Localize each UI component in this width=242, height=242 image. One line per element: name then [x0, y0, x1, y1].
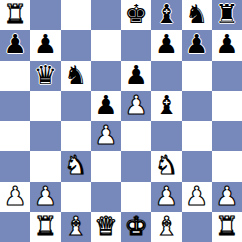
square-g8[interactable]: ♞ — [182, 0, 212, 30]
white-king-icon[interactable]: ♚ — [124, 213, 147, 239]
square-a8[interactable]: ♜ — [0, 0, 30, 30]
square-f2[interactable]: ♟ — [151, 182, 181, 212]
square-g7[interactable]: ♟ — [182, 30, 212, 60]
square-e3[interactable] — [121, 151, 151, 181]
white-knight-icon[interactable]: ♞ — [64, 152, 87, 178]
square-e7[interactable] — [121, 30, 151, 60]
square-e5[interactable]: ♟ — [121, 91, 151, 121]
square-g2[interactable]: ♟ — [182, 182, 212, 212]
square-a6[interactable] — [0, 61, 30, 91]
square-c6[interactable]: ♞ — [61, 61, 91, 91]
white-bishop-icon[interactable]: ♝ — [64, 213, 87, 239]
square-d1[interactable]: ♛ — [91, 212, 121, 242]
white-knight-icon[interactable]: ♞ — [155, 152, 178, 178]
square-b6[interactable]: ♛ — [30, 61, 60, 91]
white-pawn-icon[interactable]: ♟ — [215, 183, 238, 209]
square-h1[interactable]: ♜ — [212, 212, 242, 242]
square-b7[interactable]: ♟ — [30, 30, 60, 60]
square-h3[interactable] — [212, 151, 242, 181]
square-a3[interactable] — [0, 151, 30, 181]
square-b5[interactable] — [30, 91, 60, 121]
square-h4[interactable] — [212, 121, 242, 151]
square-c4[interactable] — [61, 121, 91, 151]
black-bishop-icon[interactable]: ♝ — [155, 1, 178, 27]
square-f8[interactable]: ♝ — [151, 0, 181, 30]
square-g5[interactable] — [182, 91, 212, 121]
black-pawn-icon[interactable]: ♟ — [185, 31, 208, 57]
square-e8[interactable]: ♚ — [121, 0, 151, 30]
square-c3[interactable]: ♞ — [61, 151, 91, 181]
square-b3[interactable] — [30, 151, 60, 181]
black-pawn-icon[interactable]: ♟ — [94, 92, 117, 118]
black-pawn-icon[interactable]: ♟ — [155, 31, 178, 57]
square-h8[interactable]: ♜ — [212, 0, 242, 30]
white-pawn-icon[interactable]: ♟ — [185, 183, 208, 209]
square-c7[interactable] — [61, 30, 91, 60]
square-d5[interactable]: ♟ — [91, 91, 121, 121]
square-b8[interactable] — [30, 0, 60, 30]
square-f6[interactable] — [151, 61, 181, 91]
white-rook-icon[interactable]: ♜ — [215, 213, 238, 239]
white-pawn-icon[interactable]: ♟ — [94, 122, 117, 148]
square-g1[interactable] — [182, 212, 212, 242]
square-a4[interactable] — [0, 121, 30, 151]
white-pawn-icon[interactable]: ♟ — [34, 183, 57, 209]
black-king-icon[interactable]: ♚ — [124, 1, 147, 27]
chess-board: ♜♚♝♞♜♟♟♟♟♟♛♞♟♟♟♝♟♞♞♟♟♟♟♟♜♝♛♚♝♜ — [0, 0, 242, 242]
square-h7[interactable]: ♟ — [212, 30, 242, 60]
black-pawn-icon[interactable]: ♟ — [3, 31, 26, 57]
square-b1[interactable]: ♜ — [30, 212, 60, 242]
square-a2[interactable]: ♟ — [0, 182, 30, 212]
square-c2[interactable] — [61, 182, 91, 212]
square-c1[interactable]: ♝ — [61, 212, 91, 242]
square-e6[interactable]: ♟ — [121, 61, 151, 91]
square-a7[interactable]: ♟ — [0, 30, 30, 60]
black-knight-icon[interactable]: ♞ — [64, 62, 87, 88]
square-e2[interactable] — [121, 182, 151, 212]
black-knight-icon[interactable]: ♞ — [185, 1, 208, 27]
white-pawn-icon[interactable]: ♟ — [155, 183, 178, 209]
square-d4[interactable]: ♟ — [91, 121, 121, 151]
square-g6[interactable] — [182, 61, 212, 91]
square-c5[interactable] — [61, 91, 91, 121]
square-h5[interactable] — [212, 91, 242, 121]
white-pawn-icon[interactable]: ♟ — [124, 92, 147, 118]
square-h2[interactable]: ♟ — [212, 182, 242, 212]
square-b4[interactable] — [30, 121, 60, 151]
square-a5[interactable] — [0, 91, 30, 121]
square-f1[interactable]: ♝ — [151, 212, 181, 242]
black-pawn-icon[interactable]: ♟ — [215, 31, 238, 57]
square-f3[interactable]: ♞ — [151, 151, 181, 181]
square-d8[interactable] — [91, 0, 121, 30]
square-d7[interactable] — [91, 30, 121, 60]
square-a1[interactable] — [0, 212, 30, 242]
black-bishop-icon[interactable]: ♝ — [155, 92, 178, 118]
square-b2[interactable]: ♟ — [30, 182, 60, 212]
black-pawn-icon[interactable]: ♟ — [124, 62, 147, 88]
black-rook-icon[interactable]: ♜ — [215, 1, 238, 27]
white-rook-icon[interactable]: ♜ — [34, 213, 57, 239]
black-queen-icon[interactable]: ♛ — [34, 62, 57, 88]
square-d6[interactable] — [91, 61, 121, 91]
white-pawn-icon[interactable]: ♟ — [3, 183, 26, 209]
white-queen-icon[interactable]: ♛ — [94, 213, 117, 239]
square-h6[interactable] — [212, 61, 242, 91]
black-pawn-icon[interactable]: ♟ — [34, 31, 57, 57]
square-g4[interactable] — [182, 121, 212, 151]
white-rook-icon[interactable]: ♜ — [3, 1, 26, 27]
square-c8[interactable] — [61, 0, 91, 30]
square-d3[interactable] — [91, 151, 121, 181]
square-e1[interactable]: ♚ — [121, 212, 151, 242]
square-e4[interactable] — [121, 121, 151, 151]
square-f7[interactable]: ♟ — [151, 30, 181, 60]
square-f4[interactable] — [151, 121, 181, 151]
white-bishop-icon[interactable]: ♝ — [155, 213, 178, 239]
square-g3[interactable] — [182, 151, 212, 181]
square-d2[interactable] — [91, 182, 121, 212]
square-f5[interactable]: ♝ — [151, 91, 181, 121]
